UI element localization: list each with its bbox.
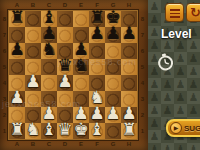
square-h1[interactable]: ♜ bbox=[121, 123, 137, 139]
black-pawn-h7[interactable]: ♟ bbox=[121, 23, 137, 43]
pattern-pawn-icon: ♟ bbox=[187, 78, 200, 91]
black-rook-a8[interactable]: ♜ bbox=[9, 7, 25, 27]
chess-app-screen: ABCDEFGH ABCDEFGH 87654321 87654321 ♜♝♜♚… bbox=[0, 0, 200, 150]
suggest-button[interactable]: ▶ SUGGEST bbox=[166, 119, 200, 137]
coord-label: E bbox=[73, 1, 89, 10]
white-rook-h1[interactable]: ♜ bbox=[121, 119, 137, 139]
coord-label: 7 bbox=[138, 27, 147, 43]
pattern-pawn-icon: ♟ bbox=[148, 91, 161, 104]
board-frame: ABCDEFGH ABCDEFGH 87654321 87654321 ♜♝♜♚… bbox=[0, 0, 148, 150]
coord-label: 5 bbox=[138, 59, 147, 75]
pattern-pawn-icon: ♟ bbox=[174, 78, 187, 91]
square-h7[interactable]: ♟ bbox=[121, 27, 137, 43]
black-knight-c6[interactable]: ♞ bbox=[41, 39, 57, 59]
coord-label: E bbox=[73, 140, 89, 149]
pattern-pawn-icon: ♟ bbox=[161, 91, 174, 104]
coord-label: 2 bbox=[138, 107, 147, 123]
square-c1[interactable]: ♝ bbox=[41, 123, 57, 139]
pattern-pawn-icon: ♟ bbox=[148, 39, 161, 52]
pattern-pawn-icon: ♟ bbox=[187, 143, 200, 150]
pattern-pawn-icon: ♟ bbox=[187, 65, 200, 78]
coord-label: 8 bbox=[0, 11, 9, 27]
coord-label: B bbox=[25, 140, 41, 149]
coord-label: C bbox=[41, 140, 57, 149]
chess-board[interactable]: ♜♝♜♚♟♟♟♟♟♞♟♛♞♟♟♟♞♟♟♟♟♟♜♞♝♛♚♝♜ bbox=[9, 11, 137, 139]
white-rook-a1[interactable]: ♜ bbox=[9, 119, 25, 139]
clock-icon bbox=[154, 51, 177, 74]
pattern-pawn-icon: ♟ bbox=[148, 130, 161, 143]
pattern-pawn-icon: ♟ bbox=[148, 26, 161, 39]
pattern-pawn-icon: ♟ bbox=[148, 117, 161, 130]
pattern-pawn-icon: ♟ bbox=[161, 104, 174, 117]
coord-label: 5 bbox=[0, 59, 9, 75]
square-a5[interactable] bbox=[9, 59, 25, 75]
coord-label: H bbox=[121, 1, 137, 10]
move-list-icon bbox=[170, 9, 180, 18]
pattern-pawn-icon: ♟ bbox=[148, 13, 161, 26]
square-e8[interactable] bbox=[73, 11, 89, 27]
square-g2[interactable]: ♟ bbox=[105, 107, 121, 123]
white-pawn-b4[interactable]: ♟ bbox=[25, 71, 41, 91]
pattern-pawn-icon: ♟ bbox=[148, 78, 161, 91]
square-b1[interactable]: ♞ bbox=[25, 123, 41, 139]
square-f1[interactable]: ♝ bbox=[89, 123, 105, 139]
pattern-pawn-icon: ♟ bbox=[174, 91, 187, 104]
coord-label: 4 bbox=[0, 75, 9, 91]
white-knight-b1[interactable]: ♞ bbox=[25, 119, 41, 139]
level-label: Level bbox=[161, 27, 192, 41]
pattern-pawn-icon: ♟ bbox=[187, 91, 200, 104]
square-d8[interactable] bbox=[57, 11, 73, 27]
pattern-pawn-icon: ♟ bbox=[187, 52, 200, 65]
coord-label: F bbox=[89, 140, 105, 149]
coord-label: G bbox=[105, 140, 121, 149]
coord-label: B bbox=[25, 1, 41, 10]
coord-label: 2 bbox=[0, 107, 9, 123]
white-bishop-f1[interactable]: ♝ bbox=[89, 119, 105, 139]
side-panel: ♟♟♟♟♟♟♟♟♟♟♟♟♟♟♟♟♟♟♟♟♟♟♟♟♟♟♟♟♟♟♟♟♟♟♟♟♟♟♟♟… bbox=[148, 0, 200, 150]
coord-label: D bbox=[57, 140, 73, 149]
pattern-pawn-icon: ♟ bbox=[148, 0, 161, 13]
square-c6[interactable]: ♞ bbox=[41, 43, 57, 59]
pattern-pawn-icon: ♟ bbox=[148, 143, 161, 150]
square-e4[interactable] bbox=[73, 75, 89, 91]
coord-label: 1 bbox=[138, 123, 147, 139]
square-d7[interactable] bbox=[57, 27, 73, 43]
black-pawn-f7[interactable]: ♟ bbox=[89, 23, 105, 43]
white-queen-d1[interactable]: ♛ bbox=[57, 119, 73, 139]
coord-label: 7 bbox=[0, 27, 9, 43]
pattern-pawn-icon: ♟ bbox=[187, 104, 200, 117]
square-c5[interactable] bbox=[41, 59, 57, 75]
square-g1[interactable] bbox=[105, 123, 121, 139]
coord-label: H bbox=[121, 140, 137, 149]
square-d1[interactable]: ♛ bbox=[57, 123, 73, 139]
square-d4[interactable]: ♟ bbox=[57, 75, 73, 91]
coord-label: 4 bbox=[138, 75, 147, 91]
play-icon: ▶ bbox=[170, 122, 182, 134]
square-b7[interactable] bbox=[25, 27, 41, 43]
pattern-pawn-icon: ♟ bbox=[174, 52, 187, 65]
coord-label: 6 bbox=[0, 43, 9, 59]
square-h4[interactable] bbox=[121, 75, 137, 91]
white-pawn-d4[interactable]: ♟ bbox=[57, 71, 73, 91]
pattern-pawn-icon: ♟ bbox=[148, 104, 161, 117]
restart-icon: ↻ bbox=[190, 5, 200, 20]
square-g7[interactable]: ♟ bbox=[105, 27, 121, 43]
square-f7[interactable]: ♟ bbox=[89, 27, 105, 43]
square-e1[interactable]: ♚ bbox=[73, 123, 89, 139]
rank-labels-left: 87654321 bbox=[0, 11, 9, 139]
coord-label: A bbox=[9, 140, 25, 149]
square-g4[interactable] bbox=[105, 75, 121, 91]
square-c4[interactable] bbox=[41, 75, 57, 91]
coord-label: 8 bbox=[138, 11, 147, 27]
suggest-button-label: SUGGEST bbox=[184, 124, 200, 133]
square-a8[interactable]: ♜ bbox=[9, 11, 25, 27]
restart-button[interactable]: ↻ bbox=[186, 3, 200, 22]
watermark-text: jeuxches58.com bbox=[2, 99, 81, 109]
white-king-e1[interactable]: ♚ bbox=[73, 119, 89, 139]
white-bishop-c1[interactable]: ♝ bbox=[41, 119, 57, 139]
file-labels-bottom: ABCDEFGH bbox=[9, 140, 137, 149]
move-list-button[interactable] bbox=[165, 3, 184, 22]
square-b8[interactable] bbox=[25, 11, 41, 27]
watermark-text: jeuxches58.com bbox=[58, 57, 137, 67]
coord-label: D bbox=[57, 1, 73, 10]
black-pawn-g7[interactable]: ♟ bbox=[105, 23, 121, 43]
square-b4[interactable]: ♟ bbox=[25, 75, 41, 91]
white-pawn-g2[interactable]: ♟ bbox=[105, 103, 121, 123]
square-a1[interactable]: ♜ bbox=[9, 123, 25, 139]
pattern-pawn-icon: ♟ bbox=[174, 143, 187, 150]
rank-labels-right: 87654321 bbox=[138, 11, 147, 139]
pattern-pawn-icon: ♟ bbox=[174, 104, 187, 117]
black-pawn-a6[interactable]: ♟ bbox=[9, 39, 25, 59]
square-a6[interactable]: ♟ bbox=[9, 43, 25, 59]
coord-label: 3 bbox=[138, 91, 147, 107]
pattern-pawn-icon: ♟ bbox=[161, 78, 174, 91]
coord-label: 6 bbox=[138, 43, 147, 59]
coord-label: 1 bbox=[0, 123, 9, 139]
pattern-pawn-icon: ♟ bbox=[161, 143, 174, 150]
square-b6[interactable] bbox=[25, 43, 41, 59]
